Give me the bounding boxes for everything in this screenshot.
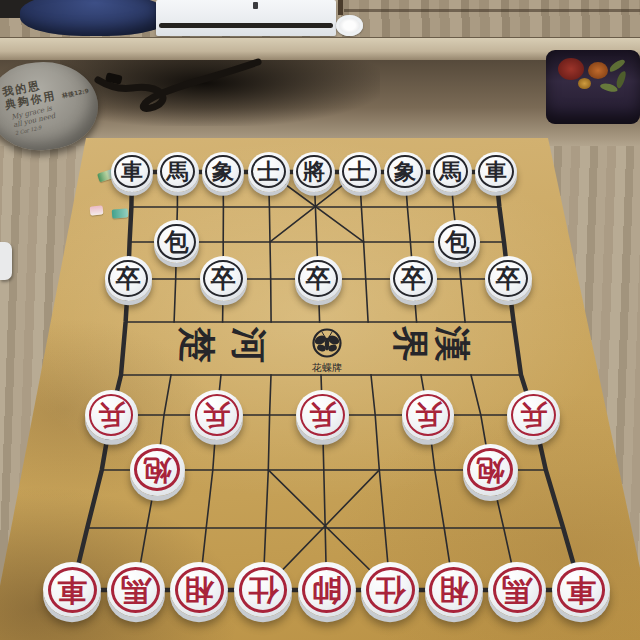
- piece-red-soldier[interactable]: 兵: [190, 390, 243, 440]
- piece-black-horse[interactable]: 馬: [157, 152, 199, 192]
- piece-red-elephant[interactable]: 相: [425, 562, 483, 617]
- piece-glyph: 車: [43, 562, 101, 617]
- piece-glyph: 仕: [234, 562, 292, 617]
- piece-layer: 車馬象士將士象馬車包包卒卒卒卒卒兵兵兵兵兵炮炮車馬相仕帥仕相馬車: [0, 0, 640, 640]
- piece-glyph: 象: [384, 152, 426, 192]
- piece-black-advisor[interactable]: 士: [248, 152, 290, 192]
- piece-glyph: 相: [170, 562, 228, 617]
- piece-glyph: 仕: [361, 562, 419, 617]
- piece-glyph: 卒: [485, 256, 532, 301]
- piece-black-elephant[interactable]: 象: [202, 152, 244, 192]
- piece-glyph: 車: [552, 562, 610, 617]
- piece-glyph: 相: [425, 562, 483, 617]
- piece-glyph: 卒: [390, 256, 437, 301]
- piece-glyph: 車: [475, 152, 517, 192]
- piece-red-advisor[interactable]: 仕: [361, 562, 419, 617]
- piece-red-general[interactable]: 帥: [298, 562, 356, 617]
- piece-black-cannon[interactable]: 包: [434, 220, 480, 263]
- piece-glyph: 卒: [295, 256, 342, 301]
- piece-black-chariot[interactable]: 車: [475, 152, 517, 192]
- piece-glyph: 包: [434, 220, 480, 263]
- piece-red-elephant[interactable]: 相: [170, 562, 228, 617]
- piece-glyph: 兵: [296, 390, 349, 440]
- piece-glyph: 兵: [190, 390, 243, 440]
- piece-red-horse[interactable]: 馬: [107, 562, 165, 617]
- piece-glyph: 卒: [200, 256, 247, 301]
- piece-red-soldier[interactable]: 兵: [402, 390, 455, 440]
- piece-black-soldier[interactable]: 卒: [105, 256, 152, 301]
- piece-black-soldier[interactable]: 卒: [485, 256, 532, 301]
- piece-black-horse[interactable]: 馬: [430, 152, 472, 192]
- piece-glyph: 象: [202, 152, 244, 192]
- piece-black-cannon[interactable]: 包: [154, 220, 200, 263]
- piece-glyph: 兵: [85, 390, 138, 440]
- piece-glyph: 車: [111, 152, 153, 192]
- piece-red-chariot[interactable]: 車: [43, 562, 101, 617]
- piece-red-soldier[interactable]: 兵: [296, 390, 349, 440]
- piece-glyph: 士: [248, 152, 290, 192]
- piece-black-soldier[interactable]: 卒: [295, 256, 342, 301]
- piece-glyph: 馬: [157, 152, 199, 192]
- piece-glyph: 馬: [107, 562, 165, 617]
- piece-black-general[interactable]: 將: [293, 152, 335, 192]
- piece-glyph: 卒: [105, 256, 152, 301]
- piece-black-elephant[interactable]: 象: [384, 152, 426, 192]
- piece-red-cannon[interactable]: 炮: [463, 444, 518, 496]
- piece-red-horse[interactable]: 馬: [488, 562, 546, 617]
- piece-glyph: 馬: [488, 562, 546, 617]
- piece-black-soldier[interactable]: 卒: [390, 256, 437, 301]
- piece-red-soldier[interactable]: 兵: [85, 390, 138, 440]
- piece-red-soldier[interactable]: 兵: [507, 390, 560, 440]
- piece-glyph: 兵: [507, 390, 560, 440]
- piece-red-advisor[interactable]: 仕: [234, 562, 292, 617]
- piece-glyph: 兵: [402, 390, 455, 440]
- piece-glyph: 士: [339, 152, 381, 192]
- piece-glyph: 炮: [130, 444, 185, 496]
- piece-red-cannon[interactable]: 炮: [130, 444, 185, 496]
- piece-glyph: 包: [154, 220, 200, 263]
- piece-glyph: 帥: [298, 562, 356, 617]
- piece-glyph: 炮: [463, 444, 518, 496]
- piece-black-soldier[interactable]: 卒: [200, 256, 247, 301]
- piece-black-chariot[interactable]: 車: [111, 152, 153, 192]
- piece-glyph: 將: [293, 152, 335, 192]
- piece-glyph: 馬: [430, 152, 472, 192]
- piece-red-chariot[interactable]: 車: [552, 562, 610, 617]
- piece-black-advisor[interactable]: 士: [339, 152, 381, 192]
